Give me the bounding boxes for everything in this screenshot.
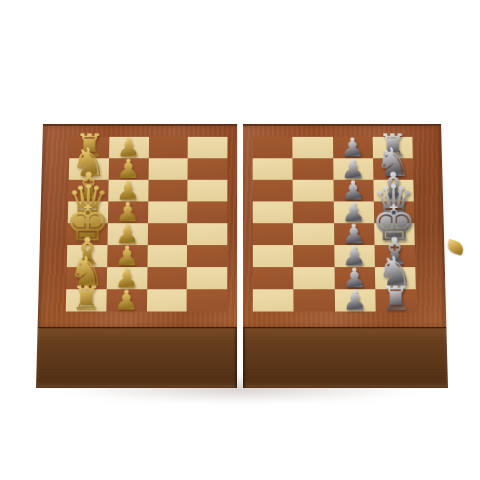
square-b5[interactable] [253, 158, 293, 180]
square-e4[interactable] [187, 223, 227, 245]
board-surface-right: ♟♜♟♞♟♝♟♛♟♚♟♝♟♞♟♜ [243, 124, 446, 327]
square-a5[interactable] [253, 137, 293, 158]
board-half-right: ♟♜♟♞♟♝♟♛♟♚♟♝♟♞♟♜ [243, 124, 448, 388]
square-c5[interactable] [253, 180, 293, 202]
square-g5[interactable] [253, 267, 294, 289]
square-h1[interactable]: ♜ [66, 289, 107, 311]
square-b6[interactable] [293, 158, 333, 180]
square-h8[interactable]: ♜ [375, 289, 416, 311]
piece-black-pawn[interactable]: ♟ [342, 287, 367, 314]
square-f5[interactable] [253, 245, 294, 267]
piece-white-rook[interactable]: ♜ [71, 282, 102, 315]
board-grid-left: ♜♟♞♟♝♟♛♟♚♟♝♟♞♟♜♟ [66, 137, 228, 312]
board-grid-right: ♟♜♟♞♟♝♟♛♟♚♟♝♟♞♟♜ [253, 137, 417, 312]
square-d5[interactable] [253, 201, 293, 223]
square-e6[interactable] [293, 223, 334, 245]
square-b4[interactable] [188, 158, 228, 180]
brass-latch-icon [446, 239, 466, 256]
square-b3[interactable] [148, 158, 188, 180]
square-h7[interactable]: ♟ [334, 289, 375, 311]
board-half-left: ♜♟♞♟♝♟♛♟♚♟♝♟♞♟♜♟ [36, 124, 237, 388]
square-a4[interactable] [188, 137, 228, 158]
piece-black-rook[interactable]: ♜ [380, 282, 411, 315]
square-a6[interactable] [293, 137, 333, 158]
square-e5[interactable] [253, 223, 294, 245]
square-c6[interactable] [293, 180, 333, 202]
chess-set-photo: ♜♟♞♟♝♟♛♟♚♟♝♟♞♟♜♟ ♟♜♟♞♟♝♟♛♟♚♟♝♟♞♟♜ [0, 0, 480, 480]
square-c3[interactable] [148, 180, 188, 202]
folding-chess-board: ♜♟♞♟♝♟♛♟♚♟♝♟♞♟♜♟ ♟♜♟♞♟♝♟♛♟♚♟♝♟♞♟♜ [36, 124, 448, 388]
square-c4[interactable] [188, 180, 228, 202]
square-h3[interactable] [146, 289, 187, 311]
square-d4[interactable] [187, 201, 227, 223]
square-f6[interactable] [293, 245, 334, 267]
square-h6[interactable] [294, 289, 335, 311]
square-g6[interactable] [293, 267, 334, 289]
square-g3[interactable] [147, 267, 187, 289]
square-e3[interactable] [147, 223, 187, 245]
board-surface-left: ♜♟♞♟♝♟♛♟♚♟♝♟♞♟♜♟ [38, 124, 238, 327]
square-h2[interactable]: ♟ [106, 289, 147, 311]
square-d6[interactable] [293, 201, 334, 223]
square-a3[interactable] [148, 137, 188, 158]
piece-white-pawn[interactable]: ♟ [114, 287, 139, 314]
board-front-left [36, 327, 237, 388]
square-g4[interactable] [187, 267, 227, 289]
square-h5[interactable] [253, 289, 294, 311]
board-front-right [243, 327, 448, 388]
square-h4[interactable] [187, 289, 227, 311]
square-f3[interactable] [147, 245, 187, 267]
square-f4[interactable] [187, 245, 227, 267]
square-d3[interactable] [148, 201, 188, 223]
